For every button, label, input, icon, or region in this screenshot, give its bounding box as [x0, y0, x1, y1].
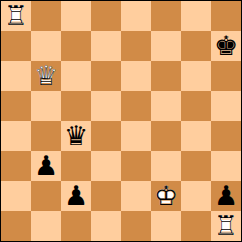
- square-c8[interactable]: [61, 1, 91, 31]
- square-e6[interactable]: [121, 61, 151, 91]
- square-g8[interactable]: [181, 1, 211, 31]
- square-g5[interactable]: [181, 91, 211, 121]
- square-h6[interactable]: [211, 61, 241, 91]
- black-king-icon: ♚: [211, 31, 241, 61]
- white-king-fill: ♚: [151, 181, 181, 211]
- black-pawn-icon: ♟: [31, 151, 61, 181]
- chess-board: ♜♖♚♛♕♛♟♟♚♔♟♜♖: [0, 0, 242, 242]
- square-d4[interactable]: [91, 121, 121, 151]
- square-g7[interactable]: [181, 31, 211, 61]
- square-a4[interactable]: [1, 121, 31, 151]
- square-a6[interactable]: [1, 61, 31, 91]
- white-rook-icon: ♖: [211, 211, 241, 241]
- square-e1[interactable]: [121, 211, 151, 241]
- square-b5[interactable]: [31, 91, 61, 121]
- square-b8[interactable]: [31, 1, 61, 31]
- black-pawn-icon: ♟: [211, 181, 241, 211]
- square-f7[interactable]: [151, 31, 181, 61]
- square-c3[interactable]: [61, 151, 91, 181]
- square-f5[interactable]: [151, 91, 181, 121]
- square-h3[interactable]: [211, 151, 241, 181]
- white-king-icon: ♔: [151, 181, 181, 211]
- black-queen-icon: ♛: [61, 121, 91, 151]
- square-b6[interactable]: ♛♕: [31, 61, 61, 91]
- square-c2[interactable]: ♟: [61, 181, 91, 211]
- square-a8[interactable]: ♜♖: [1, 1, 31, 31]
- square-d7[interactable]: [91, 31, 121, 61]
- square-f3[interactable]: [151, 151, 181, 181]
- square-b2[interactable]: [31, 181, 61, 211]
- square-b4[interactable]: [31, 121, 61, 151]
- white-rook-fill: ♜: [1, 1, 31, 31]
- square-g6[interactable]: [181, 61, 211, 91]
- square-a5[interactable]: [1, 91, 31, 121]
- black-pawn-icon: ♟: [61, 181, 91, 211]
- square-f1[interactable]: [151, 211, 181, 241]
- square-a7[interactable]: [1, 31, 31, 61]
- square-d1[interactable]: [91, 211, 121, 241]
- square-e8[interactable]: [121, 1, 151, 31]
- square-f8[interactable]: [151, 1, 181, 31]
- square-f2[interactable]: ♚♔: [151, 181, 181, 211]
- square-h7[interactable]: ♚: [211, 31, 241, 61]
- square-b3[interactable]: ♟: [31, 151, 61, 181]
- square-c7[interactable]: [61, 31, 91, 61]
- square-h2[interactable]: ♟: [211, 181, 241, 211]
- square-b1[interactable]: [31, 211, 61, 241]
- square-c4[interactable]: ♛: [61, 121, 91, 151]
- square-e7[interactable]: [121, 31, 151, 61]
- square-f6[interactable]: [151, 61, 181, 91]
- white-queen-icon: ♕: [31, 61, 61, 91]
- square-h5[interactable]: [211, 91, 241, 121]
- white-rook-icon: ♖: [1, 1, 31, 31]
- square-a1[interactable]: [1, 211, 31, 241]
- square-g2[interactable]: [181, 181, 211, 211]
- square-d8[interactable]: [91, 1, 121, 31]
- square-d6[interactable]: [91, 61, 121, 91]
- white-queen-fill: ♛: [31, 61, 61, 91]
- square-d5[interactable]: [91, 91, 121, 121]
- square-c1[interactable]: [61, 211, 91, 241]
- square-c5[interactable]: [61, 91, 91, 121]
- square-a2[interactable]: [1, 181, 31, 211]
- square-d2[interactable]: [91, 181, 121, 211]
- square-h4[interactable]: [211, 121, 241, 151]
- square-e5[interactable]: [121, 91, 151, 121]
- white-rook-fill: ♜: [211, 211, 241, 241]
- square-e3[interactable]: [121, 151, 151, 181]
- square-f4[interactable]: [151, 121, 181, 151]
- square-b7[interactable]: [31, 31, 61, 61]
- square-h1[interactable]: ♜♖: [211, 211, 241, 241]
- chess-board-grid: ♜♖♚♛♕♛♟♟♚♔♟♜♖: [1, 1, 241, 241]
- square-g3[interactable]: [181, 151, 211, 181]
- square-h8[interactable]: [211, 1, 241, 31]
- square-e4[interactable]: [121, 121, 151, 151]
- square-e2[interactable]: [121, 181, 151, 211]
- square-g1[interactable]: [181, 211, 211, 241]
- square-d3[interactable]: [91, 151, 121, 181]
- square-a3[interactable]: [1, 151, 31, 181]
- square-c6[interactable]: [61, 61, 91, 91]
- square-g4[interactable]: [181, 121, 211, 151]
